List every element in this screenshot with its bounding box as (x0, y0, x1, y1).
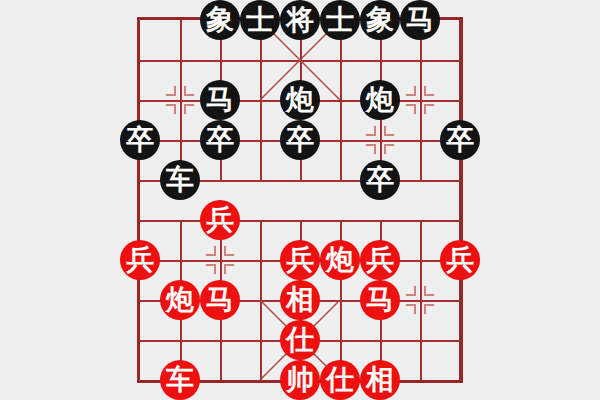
piece-red-soldier[interactable]: 兵 (200, 200, 240, 240)
star-point-marker (166, 86, 194, 114)
star-corner (224, 264, 234, 274)
piece-red-advisor[interactable]: 仕 (280, 320, 320, 360)
piece-black-elephant[interactable]: 象 (200, 0, 240, 40)
app-background: 象士将士象马马炮炮卒卒卒卒车卒兵兵兵炮兵兵炮马相马仕车帅仕相 (0, 0, 600, 400)
star-point-marker (406, 86, 434, 114)
piece-red-cannon[interactable]: 炮 (320, 240, 360, 280)
piece-black-advisor[interactable]: 士 (240, 0, 280, 40)
star-point-marker (206, 246, 234, 274)
star-corner (384, 144, 394, 154)
star-corner (406, 286, 416, 296)
star-corner (424, 104, 434, 114)
piece-black-rook[interactable]: 车 (160, 160, 200, 200)
piece-black-horse[interactable]: 马 (400, 0, 440, 40)
piece-black-soldier[interactable]: 卒 (120, 120, 160, 160)
star-corner (424, 304, 434, 314)
star-corner (206, 246, 216, 256)
star-corner (166, 104, 176, 114)
piece-red-horse[interactable]: 马 (360, 280, 400, 320)
xiangqi-board: 象士将士象马马炮炮卒卒卒卒车卒兵兵兵炮兵兵炮马相马仕车帅仕相 (140, 20, 460, 380)
piece-red-soldier[interactable]: 兵 (120, 240, 160, 280)
piece-black-soldier[interactable]: 卒 (440, 120, 480, 160)
piece-red-soldier[interactable]: 兵 (280, 240, 320, 280)
star-corner (406, 104, 416, 114)
piece-black-soldier[interactable]: 卒 (200, 120, 240, 160)
star-corner (424, 286, 434, 296)
star-corner (184, 104, 194, 114)
piece-red-general[interactable]: 帅 (280, 360, 320, 400)
star-corner (184, 86, 194, 96)
piece-red-soldier[interactable]: 兵 (360, 240, 400, 280)
star-point-marker (366, 126, 394, 154)
star-corner (406, 304, 416, 314)
star-corner (366, 144, 376, 154)
piece-black-general[interactable]: 将 (280, 0, 320, 40)
piece-black-advisor[interactable]: 士 (320, 0, 360, 40)
star-corner (366, 126, 376, 136)
star-point-marker (406, 286, 434, 314)
piece-black-horse[interactable]: 马 (200, 80, 240, 120)
piece-red-horse[interactable]: 马 (200, 280, 240, 320)
piece-black-cannon[interactable]: 炮 (280, 80, 320, 120)
star-corner (406, 86, 416, 96)
star-corner (206, 264, 216, 274)
piece-black-soldier[interactable]: 卒 (360, 160, 400, 200)
piece-red-elephant[interactable]: 相 (360, 360, 400, 400)
star-corner (384, 126, 394, 136)
star-corner (224, 246, 234, 256)
star-corner (424, 86, 434, 96)
piece-black-elephant[interactable]: 象 (360, 0, 400, 40)
piece-black-soldier[interactable]: 卒 (280, 120, 320, 160)
piece-red-rook[interactable]: 车 (160, 360, 200, 400)
star-corner (166, 86, 176, 96)
piece-red-advisor[interactable]: 仕 (320, 360, 360, 400)
piece-red-elephant[interactable]: 相 (280, 280, 320, 320)
piece-red-soldier[interactable]: 兵 (440, 240, 480, 280)
piece-black-cannon[interactable]: 炮 (360, 80, 400, 120)
piece-red-cannon[interactable]: 炮 (160, 280, 200, 320)
